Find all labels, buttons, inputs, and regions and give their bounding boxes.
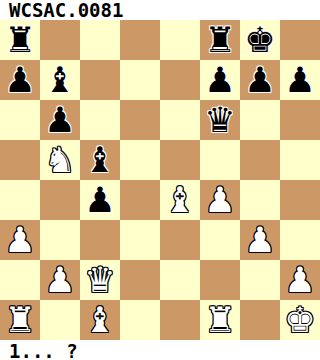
square-d3[interactable] (120, 220, 160, 260)
square-c4[interactable]: ♟ (80, 180, 120, 220)
square-f5[interactable] (200, 140, 240, 180)
piece-black-rook[interactable]: ♜ (204, 20, 235, 60)
square-b7[interactable]: ♝ (40, 60, 80, 100)
piece-white-pawn[interactable]: ♟ (204, 180, 235, 220)
piece-white-queen[interactable]: ♛ (84, 260, 115, 300)
square-f8[interactable]: ♜ (200, 20, 240, 60)
square-g8[interactable]: ♚ (240, 20, 280, 60)
square-d7[interactable] (120, 60, 160, 100)
square-h8[interactable] (280, 20, 320, 60)
square-c3[interactable] (80, 220, 120, 260)
piece-white-bishop[interactable]: ♝ (164, 180, 195, 220)
square-c8[interactable] (80, 20, 120, 60)
piece-white-pawn[interactable]: ♟ (44, 260, 75, 300)
square-a4[interactable] (0, 180, 40, 220)
square-a5[interactable] (0, 140, 40, 180)
square-e4[interactable]: ♝ (160, 180, 200, 220)
piece-black-king[interactable]: ♚ (244, 20, 275, 60)
square-b1[interactable] (40, 300, 80, 340)
square-d1[interactable] (120, 300, 160, 340)
square-h6[interactable] (280, 100, 320, 140)
square-a8[interactable]: ♜ (0, 20, 40, 60)
square-d2[interactable] (120, 260, 160, 300)
piece-white-pawn[interactable]: ♟ (244, 220, 275, 260)
square-f7[interactable]: ♟ (200, 60, 240, 100)
piece-white-rook[interactable]: ♜ (204, 300, 235, 340)
square-h5[interactable] (280, 140, 320, 180)
square-b5[interactable]: ♞ (40, 140, 80, 180)
square-e3[interactable] (160, 220, 200, 260)
square-b2[interactable]: ♟ (40, 260, 80, 300)
chess-board: ♜♜♚♟♝♟♟♟♟♛♞♝♟♝♟♟♟♟♛♟♜♝♜♚ (0, 20, 320, 340)
square-h3[interactable] (280, 220, 320, 260)
square-f4[interactable]: ♟ (200, 180, 240, 220)
square-c2[interactable]: ♛ (80, 260, 120, 300)
square-a7[interactable]: ♟ (0, 60, 40, 100)
square-e1[interactable] (160, 300, 200, 340)
square-g6[interactable] (240, 100, 280, 140)
piece-black-bishop[interactable]: ♝ (84, 140, 115, 180)
square-f1[interactable]: ♜ (200, 300, 240, 340)
piece-black-pawn[interactable]: ♟ (284, 60, 315, 100)
move-prompt: 1... ? (0, 340, 320, 360)
square-g5[interactable] (240, 140, 280, 180)
square-d5[interactable] (120, 140, 160, 180)
square-c5[interactable]: ♝ (80, 140, 120, 180)
square-a2[interactable] (0, 260, 40, 300)
square-h2[interactable]: ♟ (280, 260, 320, 300)
square-b4[interactable] (40, 180, 80, 220)
square-d8[interactable] (120, 20, 160, 60)
square-b6[interactable]: ♟ (40, 100, 80, 140)
square-h7[interactable]: ♟ (280, 60, 320, 100)
piece-black-pawn[interactable]: ♟ (44, 100, 75, 140)
piece-black-pawn[interactable]: ♟ (244, 60, 275, 100)
square-h4[interactable] (280, 180, 320, 220)
piece-white-rook[interactable]: ♜ (4, 300, 35, 340)
square-h1[interactable]: ♚ (280, 300, 320, 340)
piece-black-pawn[interactable]: ♟ (4, 60, 35, 100)
square-c1[interactable]: ♝ (80, 300, 120, 340)
square-g4[interactable] (240, 180, 280, 220)
square-a1[interactable]: ♜ (0, 300, 40, 340)
piece-white-bishop[interactable]: ♝ (84, 300, 115, 340)
piece-black-pawn[interactable]: ♟ (204, 60, 235, 100)
square-d4[interactable] (120, 180, 160, 220)
square-f6[interactable]: ♛ (200, 100, 240, 140)
square-g3[interactable]: ♟ (240, 220, 280, 260)
puzzle-title: WCSAC.0081 (0, 0, 320, 20)
square-e8[interactable] (160, 20, 200, 60)
piece-white-knight[interactable]: ♞ (44, 140, 75, 180)
square-e5[interactable] (160, 140, 200, 180)
square-e6[interactable] (160, 100, 200, 140)
square-b3[interactable] (40, 220, 80, 260)
square-c6[interactable] (80, 100, 120, 140)
piece-white-pawn[interactable]: ♟ (4, 220, 35, 260)
square-e2[interactable] (160, 260, 200, 300)
square-g2[interactable] (240, 260, 280, 300)
square-f2[interactable] (200, 260, 240, 300)
piece-black-pawn[interactable]: ♟ (84, 180, 115, 220)
square-d6[interactable] (120, 100, 160, 140)
square-c7[interactable] (80, 60, 120, 100)
piece-white-king[interactable]: ♚ (284, 300, 315, 340)
piece-black-rook[interactable]: ♜ (4, 20, 35, 60)
square-a6[interactable] (0, 100, 40, 140)
square-g7[interactable]: ♟ (240, 60, 280, 100)
square-e7[interactable] (160, 60, 200, 100)
piece-white-pawn[interactable]: ♟ (284, 260, 315, 300)
square-b8[interactable] (40, 20, 80, 60)
square-a3[interactable]: ♟ (0, 220, 40, 260)
square-g1[interactable] (240, 300, 280, 340)
piece-black-bishop[interactable]: ♝ (44, 60, 75, 100)
square-f3[interactable] (200, 220, 240, 260)
piece-black-queen[interactable]: ♛ (204, 100, 235, 140)
